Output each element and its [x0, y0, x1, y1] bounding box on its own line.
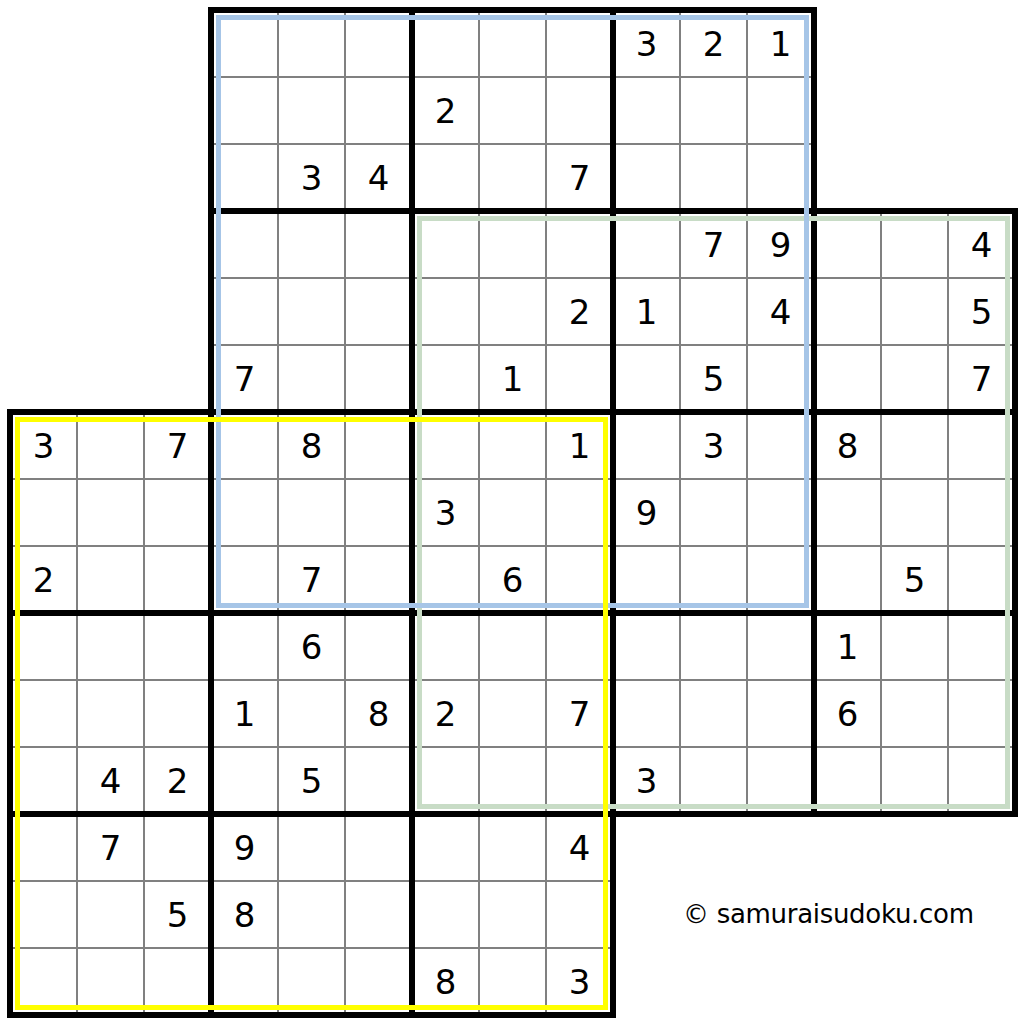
- cell-r1c7[interactable]: [412, 10, 479, 77]
- cell-r5c7[interactable]: [412, 278, 479, 345]
- cell-r14c4[interactable]: 8: [211, 881, 278, 948]
- box-border-line: [208, 610, 214, 817]
- cell-r8c14[interactable]: [881, 479, 948, 546]
- cell-r6c13[interactable]: [814, 345, 881, 412]
- cell-r2c7[interactable]: 2: [412, 77, 479, 144]
- cell-r3c7[interactable]: [412, 144, 479, 211]
- box-border-line: [811, 409, 1018, 415]
- cell-r6c10[interactable]: [613, 345, 680, 412]
- cell-r6c8[interactable]: 1: [479, 345, 546, 412]
- box-border-line: [409, 7, 616, 13]
- box-border-line: [409, 811, 616, 817]
- cell-r9c3[interactable]: [144, 546, 211, 613]
- cell-r2c12[interactable]: [747, 77, 814, 144]
- cell-r6c4[interactable]: 7: [211, 345, 278, 412]
- cell-r5c10[interactable]: 1: [613, 278, 680, 345]
- cell-r10c1[interactable]: [10, 613, 77, 680]
- cell-r7c9[interactable]: 1: [546, 412, 613, 479]
- box-border-line: [811, 811, 1018, 817]
- watermark-text: © samuraisudoku.com: [683, 899, 974, 929]
- cell-r8c15[interactable]: [948, 479, 1015, 546]
- cell-r14c8[interactable]: [479, 881, 546, 948]
- cell-r12c6[interactable]: [345, 747, 412, 814]
- box-border-line: [409, 1012, 616, 1018]
- cell-r11c11[interactable]: [680, 680, 747, 747]
- cell-r9c9[interactable]: [546, 546, 613, 613]
- cell-r8c3[interactable]: [144, 479, 211, 546]
- cell-r10c3[interactable]: [144, 613, 211, 680]
- cell-r1c4[interactable]: [211, 10, 278, 77]
- cell-r8c5[interactable]: [278, 479, 345, 546]
- cell-r7c7[interactable]: [412, 412, 479, 479]
- cell-r12c3[interactable]: 2: [144, 747, 211, 814]
- box-border-line: [811, 610, 817, 817]
- box-border-line: [610, 811, 616, 1018]
- cell-r12c13[interactable]: [814, 747, 881, 814]
- cell-r4c5[interactable]: [278, 211, 345, 278]
- cell-r7c5[interactable]: 8: [278, 412, 345, 479]
- cell-r13c3[interactable]: [144, 814, 211, 881]
- cell-r5c15[interactable]: 5: [948, 278, 1015, 345]
- cell-r15c6[interactable]: [345, 948, 412, 1015]
- cell-r8c12[interactable]: [747, 479, 814, 546]
- box-border-line: [409, 7, 415, 214]
- cell-r10c9[interactable]: [546, 613, 613, 680]
- box-border-line: [7, 811, 13, 1018]
- cell-r4c7[interactable]: [412, 211, 479, 278]
- cell-r11c7[interactable]: 2: [412, 680, 479, 747]
- cell-r10c10[interactable]: [613, 613, 680, 680]
- cell-r5c5[interactable]: [278, 278, 345, 345]
- cell-r8c13[interactable]: [814, 479, 881, 546]
- box-border-line: [208, 7, 415, 13]
- cell-r6c7[interactable]: [412, 345, 479, 412]
- box-border-line: [208, 811, 214, 1018]
- cell-r13c8[interactable]: [479, 814, 546, 881]
- cell-r1c5[interactable]: [278, 10, 345, 77]
- cell-r9c7[interactable]: [412, 546, 479, 613]
- cell-r9c1[interactable]: 2: [10, 546, 77, 613]
- cell-r8c8[interactable]: [479, 479, 546, 546]
- cell-r15c2[interactable]: [77, 948, 144, 1015]
- cell-r13c7[interactable]: [412, 814, 479, 881]
- cell-r9c4[interactable]: [211, 546, 278, 613]
- cell-r14c3[interactable]: 5: [144, 881, 211, 948]
- cell-r7c1[interactable]: 3: [10, 412, 77, 479]
- cell-r12c5[interactable]: 5: [278, 747, 345, 814]
- box-border-line: [610, 7, 817, 13]
- box-border-line: [409, 208, 616, 214]
- cell-r5c14[interactable]: [881, 278, 948, 345]
- cell-r3c10[interactable]: [613, 144, 680, 211]
- cell-r1c8[interactable]: [479, 10, 546, 77]
- cell-r2c5[interactable]: [278, 77, 345, 144]
- cell-r13c4[interactable]: 9: [211, 814, 278, 881]
- cell-r7c4[interactable]: [211, 412, 278, 479]
- cell-r12c7[interactable]: [412, 747, 479, 814]
- box-border-line: [208, 610, 415, 616]
- cell-r11c10[interactable]: [613, 680, 680, 747]
- cell-r7c6[interactable]: [345, 412, 412, 479]
- cell-r8c4[interactable]: [211, 479, 278, 546]
- box-border-line: [811, 7, 817, 214]
- box-border-line: [208, 7, 214, 214]
- box-border-line: [409, 409, 616, 415]
- cell-r11c15[interactable]: [948, 680, 1015, 747]
- cell-r11c12[interactable]: [747, 680, 814, 747]
- cell-r10c8[interactable]: [479, 613, 546, 680]
- box-border-line: [208, 1012, 415, 1018]
- cell-r11c8[interactable]: [479, 680, 546, 747]
- cell-r13c6[interactable]: [345, 814, 412, 881]
- cell-r6c14[interactable]: [881, 345, 948, 412]
- box-border-line: [610, 208, 817, 214]
- box-border-line: [1012, 409, 1018, 616]
- cell-r4c10[interactable]: [613, 211, 680, 278]
- cell-r12c2[interactable]: 4: [77, 747, 144, 814]
- cell-r7c2[interactable]: [77, 412, 144, 479]
- cell-r5c6[interactable]: [345, 278, 412, 345]
- box-border-line: [409, 811, 415, 1018]
- box-border-line: [610, 409, 817, 415]
- cell-r7c3[interactable]: 7: [144, 412, 211, 479]
- cell-r5c4[interactable]: [211, 278, 278, 345]
- cell-r9c11[interactable]: [680, 546, 747, 613]
- cell-r6c12[interactable]: [747, 345, 814, 412]
- cell-r3c8[interactable]: [479, 144, 546, 211]
- cell-r6c11[interactable]: 5: [680, 345, 747, 412]
- cell-r8c7[interactable]: 3: [412, 479, 479, 546]
- box-border-line: [610, 610, 817, 616]
- box-border-line: [7, 1012, 214, 1018]
- cell-r3c5[interactable]: 3: [278, 144, 345, 211]
- cell-r1c11[interactable]: 2: [680, 10, 747, 77]
- cell-r12c4[interactable]: [211, 747, 278, 814]
- box-border-line: [409, 409, 415, 616]
- cell-r9c15[interactable]: [948, 546, 1015, 613]
- cell-r13c9[interactable]: 4: [546, 814, 613, 881]
- cell-r4c12[interactable]: 9: [747, 211, 814, 278]
- box-border-line: [7, 610, 214, 616]
- cell-r9c14[interactable]: 5: [881, 546, 948, 613]
- cell-r9c10[interactable]: [613, 546, 680, 613]
- cell-r12c9[interactable]: [546, 747, 613, 814]
- cell-r6c9[interactable]: [546, 345, 613, 412]
- box-border-line: [208, 208, 214, 415]
- cell-r11c1[interactable]: [10, 680, 77, 747]
- cell-r12c10[interactable]: 3: [613, 747, 680, 814]
- cell-r10c4[interactable]: [211, 613, 278, 680]
- cell-r3c9[interactable]: 7: [546, 144, 613, 211]
- cell-r12c14[interactable]: [881, 747, 948, 814]
- cell-r11c9[interactable]: 7: [546, 680, 613, 747]
- cell-r15c1[interactable]: [10, 948, 77, 1015]
- box-border-line: [811, 409, 817, 616]
- cell-r9c5[interactable]: 7: [278, 546, 345, 613]
- cell-r1c10[interactable]: 3: [613, 10, 680, 77]
- box-border-line: [208, 409, 214, 616]
- cell-r10c7[interactable]: [412, 613, 479, 680]
- cell-r10c13[interactable]: 1: [814, 613, 881, 680]
- cell-r10c12[interactable]: [747, 613, 814, 680]
- cell-r10c5[interactable]: 6: [278, 613, 345, 680]
- box-border-line: [610, 610, 616, 817]
- cell-r4c9[interactable]: [546, 211, 613, 278]
- cell-r9c2[interactable]: [77, 546, 144, 613]
- cell-r12c1[interactable]: [10, 747, 77, 814]
- box-border-line: [7, 811, 214, 817]
- cell-r5c9[interactable]: 2: [546, 278, 613, 345]
- cell-r4c4[interactable]: [211, 211, 278, 278]
- box-border-line: [610, 409, 616, 616]
- cell-r3c4[interactable]: [211, 144, 278, 211]
- cell-r6c6[interactable]: [345, 345, 412, 412]
- cell-r1c12[interactable]: 1: [747, 10, 814, 77]
- cell-r12c12[interactable]: [747, 747, 814, 814]
- cell-r5c12[interactable]: 4: [747, 278, 814, 345]
- cell-r8c1[interactable]: [10, 479, 77, 546]
- cell-r7c8[interactable]: [479, 412, 546, 479]
- box-border-line: [811, 208, 1018, 214]
- cell-r11c14[interactable]: [881, 680, 948, 747]
- box-border-line: [1012, 208, 1018, 415]
- box-border-line: [409, 610, 616, 616]
- box-border-line: [7, 409, 13, 616]
- cell-r10c6[interactable]: [345, 613, 412, 680]
- cell-r3c6[interactable]: 4: [345, 144, 412, 211]
- cell-r8c9[interactable]: [546, 479, 613, 546]
- cell-r2c8[interactable]: [479, 77, 546, 144]
- cell-r1c6[interactable]: [345, 10, 412, 77]
- cell-r3c12[interactable]: [747, 144, 814, 211]
- cell-r7c12[interactable]: [747, 412, 814, 479]
- cell-r13c1[interactable]: [10, 814, 77, 881]
- cell-r10c11[interactable]: [680, 613, 747, 680]
- cell-r11c13[interactable]: 6: [814, 680, 881, 747]
- cell-r13c2[interactable]: 7: [77, 814, 144, 881]
- cell-r4c14[interactable]: [881, 211, 948, 278]
- box-border-line: [811, 208, 817, 415]
- cell-r7c14[interactable]: [881, 412, 948, 479]
- cell-r4c11[interactable]: 7: [680, 211, 747, 278]
- cell-r2c4[interactable]: [211, 77, 278, 144]
- cell-r8c11[interactable]: [680, 479, 747, 546]
- board: 3212347794214571573781383927656118276425…: [10, 10, 1015, 1015]
- cell-r10c14[interactable]: [881, 613, 948, 680]
- cell-r4c6[interactable]: [345, 211, 412, 278]
- cell-r14c9[interactable]: [546, 881, 613, 948]
- cell-r2c9[interactable]: [546, 77, 613, 144]
- cell-r14c5[interactable]: [278, 881, 345, 948]
- box-border-line: [7, 610, 13, 817]
- box-border-line: [610, 208, 616, 415]
- cell-r2c6[interactable]: [345, 77, 412, 144]
- cell-r11c3[interactable]: [144, 680, 211, 747]
- cell-r1c9[interactable]: [546, 10, 613, 77]
- box-border-line: [811, 610, 1018, 616]
- cell-r8c6[interactable]: [345, 479, 412, 546]
- cell-r4c8[interactable]: [479, 211, 546, 278]
- cell-r15c5[interactable]: [278, 948, 345, 1015]
- cell-r15c7[interactable]: 8: [412, 948, 479, 1015]
- cell-r14c2[interactable]: [77, 881, 144, 948]
- cell-r11c5[interactable]: [278, 680, 345, 747]
- box-border-line: [409, 208, 415, 415]
- cell-r4c15[interactable]: 4: [948, 211, 1015, 278]
- cell-r9c12[interactable]: [747, 546, 814, 613]
- box-border-line: [409, 610, 415, 817]
- cell-r8c2[interactable]: [77, 479, 144, 546]
- cell-r15c9[interactable]: 3: [546, 948, 613, 1015]
- cell-r14c1[interactable]: [10, 881, 77, 948]
- cell-r11c4[interactable]: 1: [211, 680, 278, 747]
- cell-r15c4[interactable]: [211, 948, 278, 1015]
- cell-r2c11[interactable]: [680, 77, 747, 144]
- cell-r13c5[interactable]: [278, 814, 345, 881]
- cell-r9c13[interactable]: [814, 546, 881, 613]
- cell-r9c6[interactable]: [345, 546, 412, 613]
- cell-r11c6[interactable]: 8: [345, 680, 412, 747]
- cell-r5c13[interactable]: [814, 278, 881, 345]
- cell-r6c15[interactable]: 7: [948, 345, 1015, 412]
- cell-r4c13[interactable]: [814, 211, 881, 278]
- cell-r12c15[interactable]: [948, 747, 1015, 814]
- box-border-line: [1012, 610, 1018, 817]
- cell-r5c11[interactable]: [680, 278, 747, 345]
- cell-r12c11[interactable]: [680, 747, 747, 814]
- box-border-line: [208, 811, 415, 817]
- cell-r10c15[interactable]: [948, 613, 1015, 680]
- box-border-line: [208, 208, 415, 214]
- cell-r7c13[interactable]: 8: [814, 412, 881, 479]
- cell-r7c15[interactable]: [948, 412, 1015, 479]
- cell-r7c10[interactable]: [613, 412, 680, 479]
- cell-r15c3[interactable]: [144, 948, 211, 1015]
- cell-r11c2[interactable]: [77, 680, 144, 747]
- box-border-line: [610, 7, 616, 214]
- cell-r6c5[interactable]: [278, 345, 345, 412]
- cell-r8c10[interactable]: 9: [613, 479, 680, 546]
- cell-r7c11[interactable]: 3: [680, 412, 747, 479]
- cell-r10c2[interactable]: [77, 613, 144, 680]
- cell-r3c11[interactable]: [680, 144, 747, 211]
- cell-r2c10[interactable]: [613, 77, 680, 144]
- box-border-line: [7, 409, 214, 415]
- cell-r5c8[interactable]: [479, 278, 546, 345]
- cell-r12c8[interactable]: [479, 747, 546, 814]
- cell-r14c6[interactable]: [345, 881, 412, 948]
- cell-r15c8[interactable]: [479, 948, 546, 1015]
- box-border-line: [610, 811, 817, 817]
- cell-r9c8[interactable]: 6: [479, 546, 546, 613]
- cell-r14c7[interactable]: [412, 881, 479, 948]
- box-border-line: [208, 409, 415, 415]
